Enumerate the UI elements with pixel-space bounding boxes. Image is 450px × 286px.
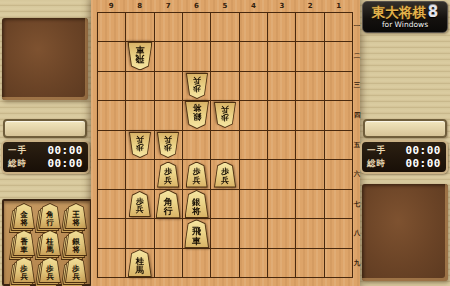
piece-kanji: 桂馬 xyxy=(40,231,60,255)
piece-box[interactable]: 金将角行王将香車桂馬銀将歩兵歩兵歩兵 xyxy=(2,199,92,286)
board-cell[interactable] xyxy=(296,42,324,71)
piece-stack[interactable]: 金将 xyxy=(8,204,34,231)
piece-kanji: 歩兵 xyxy=(40,258,60,282)
stack-layer: 歩兵 xyxy=(14,258,34,282)
board-cell[interactable] xyxy=(98,160,126,189)
app-window: 一手 00:00 総時 00:00 金将角行王将香車桂馬銀将歩兵歩兵歩兵 987… xyxy=(0,0,450,286)
left-player-clock: 一手 00:00 総時 00:00 xyxy=(1,140,90,174)
board-cell[interactable] xyxy=(296,190,324,219)
piece-stack[interactable]: 歩兵 xyxy=(60,258,86,285)
board-cell[interactable] xyxy=(240,249,268,278)
stack-layer: 香車 xyxy=(14,231,34,255)
board-cell[interactable] xyxy=(126,13,154,42)
board-cell[interactable] xyxy=(268,249,296,278)
board-cell[interactable] xyxy=(296,101,324,130)
board-cell[interactable] xyxy=(296,219,324,248)
piece-kanji: 歩兵 xyxy=(14,258,34,282)
board-cell[interactable] xyxy=(183,249,211,278)
board-cell[interactable] xyxy=(183,131,211,160)
stack-layer: 歩兵 xyxy=(40,258,60,282)
row-label: 八 xyxy=(353,219,361,249)
board-cell[interactable] xyxy=(126,249,154,278)
left-total-time: 00:00 xyxy=(47,157,83,170)
column-label: 5 xyxy=(211,0,239,12)
board-cell[interactable] xyxy=(296,13,324,42)
board-cell[interactable] xyxy=(240,72,268,101)
board-cell[interactable] xyxy=(268,72,296,101)
board-cell[interactable] xyxy=(296,160,324,189)
sente-captured-tray[interactable] xyxy=(362,184,448,281)
board-cell[interactable] xyxy=(296,131,324,160)
board-cell[interactable] xyxy=(155,249,183,278)
board-cell[interactable] xyxy=(325,131,353,160)
app-logo-version: 8 xyxy=(428,5,438,20)
board-cell[interactable] xyxy=(98,249,126,278)
piece-kanji: 王将 xyxy=(66,204,86,228)
board-cell[interactable] xyxy=(325,101,353,130)
board-cell[interactable] xyxy=(211,131,239,160)
piece-kanji: 金将 xyxy=(14,204,34,228)
app-logo-title: 東大将棋 xyxy=(372,6,426,20)
right-move-time-label: 一手 xyxy=(367,145,386,157)
board-cell[interactable] xyxy=(240,13,268,42)
right-total-time: 00:00 xyxy=(405,157,441,170)
board-cell[interactable] xyxy=(211,160,239,189)
board-cell[interactable] xyxy=(183,72,211,101)
board-cell[interactable] xyxy=(126,101,154,130)
right-move-time: 00:00 xyxy=(405,144,441,157)
piece-kanji: 歩兵 xyxy=(66,258,86,282)
right-player-clock: 一手 00:00 総時 00:00 xyxy=(360,140,448,174)
board-cell[interactable] xyxy=(211,101,239,130)
right-player-name-plate xyxy=(363,119,447,138)
piece-stack[interactable]: 香車 xyxy=(8,231,34,258)
board-cell[interactable] xyxy=(126,160,154,189)
board-cell[interactable] xyxy=(325,219,353,248)
board-cell[interactable] xyxy=(155,72,183,101)
right-total-time-label: 総時 xyxy=(367,158,386,170)
board-cell[interactable] xyxy=(211,72,239,101)
board-cell[interactable] xyxy=(126,190,154,219)
board-cell[interactable] xyxy=(98,13,126,42)
column-label: 8 xyxy=(125,0,153,12)
board-cell[interactable] xyxy=(325,249,353,278)
left-total-time-label: 総時 xyxy=(8,158,27,170)
board-cell[interactable] xyxy=(98,219,126,248)
board-cell[interactable] xyxy=(126,42,154,71)
board-cell[interactable] xyxy=(296,72,324,101)
board-cell[interactable] xyxy=(155,190,183,219)
column-label: 1 xyxy=(325,0,353,12)
stack-layer: 桂馬 xyxy=(40,231,60,255)
row-label: 九 xyxy=(353,249,361,279)
board-cell[interactable] xyxy=(211,42,239,71)
board-cell[interactable] xyxy=(183,219,211,248)
board-cell[interactable] xyxy=(268,160,296,189)
app-logo-subtitle: for Windows xyxy=(382,21,428,29)
board-cell[interactable] xyxy=(183,42,211,71)
piece-kanji: 角行 xyxy=(40,204,60,228)
piece-box-grid: 金将角行王将香車桂馬銀将歩兵歩兵歩兵 xyxy=(8,204,86,281)
piece-stack[interactable]: 歩兵 xyxy=(34,258,60,285)
stack-layer: 歩兵 xyxy=(66,258,86,282)
board-cell[interactable] xyxy=(325,13,353,42)
board-cell[interactable] xyxy=(240,131,268,160)
board-cell[interactable] xyxy=(268,101,296,130)
board-cell[interactable] xyxy=(183,101,211,130)
board-cell[interactable] xyxy=(155,42,183,71)
board-grid xyxy=(97,12,353,278)
board-cell[interactable] xyxy=(155,101,183,130)
row-label: 七 xyxy=(353,189,361,219)
board-cell[interactable] xyxy=(98,131,126,160)
board-cell[interactable] xyxy=(155,13,183,42)
board-cell[interactable] xyxy=(268,42,296,71)
column-label: 2 xyxy=(296,0,324,12)
row-label: 一 xyxy=(353,12,361,42)
board-cell[interactable] xyxy=(126,219,154,248)
board-cell[interactable] xyxy=(155,160,183,189)
board-cell[interactable] xyxy=(325,72,353,101)
board-cell[interactable] xyxy=(240,42,268,71)
stack-layer: 銀将 xyxy=(66,231,86,255)
piece-kanji: 香車 xyxy=(14,231,34,255)
column-label: 7 xyxy=(154,0,182,12)
board-cell[interactable] xyxy=(240,101,268,130)
board-cell[interactable] xyxy=(240,160,268,189)
board-cell[interactable] xyxy=(98,190,126,219)
board-cell[interactable] xyxy=(155,219,183,248)
board-cell[interactable] xyxy=(211,249,239,278)
board-cell[interactable] xyxy=(296,249,324,278)
piece-kanji: 銀将 xyxy=(66,231,86,255)
row-label: 三 xyxy=(353,71,361,101)
column-label: 6 xyxy=(182,0,210,12)
column-label: 9 xyxy=(97,0,125,12)
left-move-time: 00:00 xyxy=(47,144,83,157)
board-cell[interactable] xyxy=(325,190,353,219)
gote-captured-tray[interactable] xyxy=(2,18,88,100)
app-logo: 東大将棋 8 for Windows xyxy=(362,1,448,33)
stack-layer: 角行 xyxy=(40,204,60,228)
column-label: 4 xyxy=(239,0,267,12)
column-label: 3 xyxy=(268,0,296,12)
piece-stack[interactable]: 角行 xyxy=(34,204,60,231)
board-cell[interactable] xyxy=(268,219,296,248)
shogi-board: 987654321 一二三四五六七八九 飛車歩兵銀将歩兵歩兵歩兵歩兵歩兵歩兵歩兵… xyxy=(91,0,360,286)
board-cell[interactable] xyxy=(211,219,239,248)
board-cell[interactable] xyxy=(126,131,154,160)
board-cell[interactable] xyxy=(268,190,296,219)
board-cell[interactable] xyxy=(325,42,353,71)
piece-stack[interactable]: 桂馬 xyxy=(34,231,60,258)
board-cell[interactable] xyxy=(268,13,296,42)
row-label: 二 xyxy=(353,42,361,72)
board-cell[interactable] xyxy=(183,13,211,42)
piece-stack[interactable]: 銀将 xyxy=(60,231,86,258)
board-cell[interactable] xyxy=(183,160,211,189)
board-cell[interactable] xyxy=(126,72,154,101)
board-cell[interactable] xyxy=(325,160,353,189)
piece-stack[interactable]: 歩兵 xyxy=(8,258,34,285)
board-cell[interactable] xyxy=(155,131,183,160)
left-move-time-label: 一手 xyxy=(8,145,27,157)
row-label: 四 xyxy=(353,101,361,131)
stack-layer: 金将 xyxy=(14,204,34,228)
board-cell[interactable] xyxy=(240,190,268,219)
board-cell[interactable] xyxy=(211,190,239,219)
board-cell[interactable] xyxy=(268,131,296,160)
board-cell[interactable] xyxy=(98,42,126,71)
board-cell[interactable] xyxy=(183,190,211,219)
left-player-name-plate xyxy=(3,119,87,138)
board-cell[interactable] xyxy=(98,101,126,130)
stack-layer: 王将 xyxy=(66,204,86,228)
board-cell[interactable] xyxy=(211,13,239,42)
board-column-labels: 987654321 xyxy=(97,0,353,12)
board-cell[interactable] xyxy=(98,72,126,101)
piece-stack[interactable]: 王将 xyxy=(60,204,86,231)
board-cell[interactable] xyxy=(240,219,268,248)
